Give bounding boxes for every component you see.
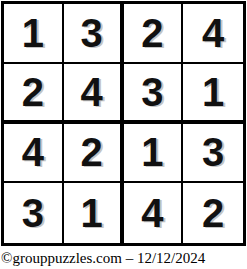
sudoku-cell: 1 bbox=[4, 4, 64, 64]
sudoku-cell: 2 bbox=[183, 183, 243, 243]
sudoku-cell: 1 bbox=[124, 124, 184, 184]
sudoku-cell: 3 bbox=[64, 4, 124, 64]
sudoku-cell: 3 bbox=[124, 64, 184, 124]
sudoku-cell: 4 bbox=[183, 4, 243, 64]
sudoku-cell: 2 bbox=[124, 4, 184, 64]
sudoku-cell: 2 bbox=[64, 124, 124, 184]
sudoku-cell: 1 bbox=[183, 64, 243, 124]
sudoku-cell: 4 bbox=[4, 124, 64, 184]
sudoku-cell: 2 bbox=[4, 64, 64, 124]
sudoku-cell: 3 bbox=[183, 124, 243, 184]
sudoku-cell: 3 bbox=[4, 183, 64, 243]
sudoku-cell: 1 bbox=[64, 183, 124, 243]
sudoku-cell: 4 bbox=[124, 183, 184, 243]
sudoku-cell: 4 bbox=[64, 64, 124, 124]
sudoku-board: 1 3 2 4 2 4 3 1 4 2 1 3 3 1 4 2 bbox=[1, 1, 246, 246]
copyright-footer: ©grouppuzzles.com – 12/12/2024 bbox=[1, 250, 205, 267]
